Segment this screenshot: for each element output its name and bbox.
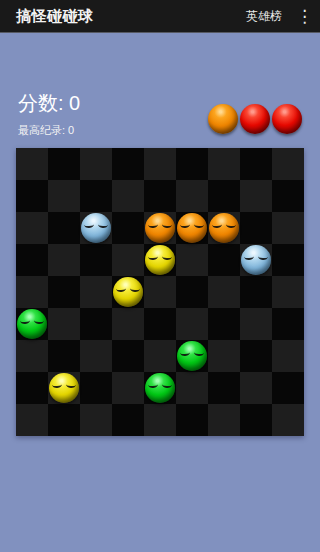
cell-1-0[interactable]	[16, 180, 48, 212]
cell-2-8[interactable]	[272, 212, 304, 244]
cell-8-5[interactable]	[176, 404, 208, 436]
cell-2-0[interactable]	[16, 212, 48, 244]
cell-0-6[interactable]	[208, 148, 240, 180]
ball-orange[interactable]	[177, 213, 207, 243]
ball-orange[interactable]	[145, 213, 175, 243]
cell-2-1[interactable]	[48, 212, 80, 244]
ball-red	[240, 104, 270, 134]
cell-4-5[interactable]	[176, 276, 208, 308]
cell-0-8[interactable]	[272, 148, 304, 180]
cell-7-0[interactable]	[16, 372, 48, 404]
cell-7-1[interactable]	[48, 372, 80, 404]
cell-6-7[interactable]	[240, 340, 272, 372]
cell-1-4[interactable]	[144, 180, 176, 212]
cell-0-0[interactable]	[16, 148, 48, 180]
cell-7-4[interactable]	[144, 372, 176, 404]
closed-eye-left	[180, 222, 190, 229]
closed-eye-right	[162, 382, 172, 389]
closed-eye-right	[194, 222, 204, 229]
closed-eye-right	[34, 318, 44, 325]
cell-3-7[interactable]	[240, 244, 272, 276]
closed-eye-left	[148, 222, 158, 229]
cell-2-2[interactable]	[80, 212, 112, 244]
cell-0-2[interactable]	[80, 148, 112, 180]
cell-7-3[interactable]	[112, 372, 144, 404]
ball-orange[interactable]	[209, 213, 239, 243]
cell-8-6[interactable]	[208, 404, 240, 436]
overflow-menu-icon[interactable]: ⋮	[296, 8, 308, 25]
cell-7-8[interactable]	[272, 372, 304, 404]
cell-5-8[interactable]	[272, 308, 304, 340]
ball-green[interactable]	[145, 373, 175, 403]
cell-5-0[interactable]	[16, 308, 48, 340]
app-bar: 搞怪碰碰球 英雄榜 ⋮	[0, 0, 320, 33]
cell-6-8[interactable]	[272, 340, 304, 372]
cell-7-6[interactable]	[208, 372, 240, 404]
cell-2-7[interactable]	[240, 212, 272, 244]
cell-6-2[interactable]	[80, 340, 112, 372]
ball-yellow[interactable]	[113, 277, 143, 307]
cell-4-1[interactable]	[48, 276, 80, 308]
cell-5-4[interactable]	[144, 308, 176, 340]
closed-eye-left	[244, 254, 254, 261]
closed-eye-right	[162, 254, 172, 261]
cell-5-7[interactable]	[240, 308, 272, 340]
ball-yellow[interactable]	[145, 245, 175, 275]
cell-6-3[interactable]	[112, 340, 144, 372]
cell-1-6[interactable]	[208, 180, 240, 212]
board	[16, 148, 304, 436]
score-label: 分数: 0	[18, 90, 80, 117]
cell-6-1[interactable]	[48, 340, 80, 372]
closed-eye-left	[180, 350, 190, 357]
cell-8-4[interactable]	[144, 404, 176, 436]
cell-2-3[interactable]	[112, 212, 144, 244]
cell-2-4[interactable]	[144, 212, 176, 244]
cell-1-2[interactable]	[80, 180, 112, 212]
cell-0-5[interactable]	[176, 148, 208, 180]
cell-2-6[interactable]	[208, 212, 240, 244]
closed-eye-left	[116, 286, 126, 293]
cell-4-8[interactable]	[272, 276, 304, 308]
cell-4-3[interactable]	[112, 276, 144, 308]
cell-8-0[interactable]	[16, 404, 48, 436]
cell-3-4[interactable]	[144, 244, 176, 276]
closed-eye-right	[258, 254, 268, 261]
cell-3-2[interactable]	[80, 244, 112, 276]
cell-6-6[interactable]	[208, 340, 240, 372]
cell-8-8[interactable]	[272, 404, 304, 436]
closed-eye-right	[194, 350, 204, 357]
closed-eye-left	[212, 222, 222, 229]
cell-4-4[interactable]	[144, 276, 176, 308]
closed-eye-right	[130, 286, 140, 293]
closed-eye-right	[66, 382, 76, 389]
cell-6-0[interactable]	[16, 340, 48, 372]
cell-0-1[interactable]	[48, 148, 80, 180]
game-screen: 搞怪碰碰球 英雄榜 ⋮ 分数: 0 最高纪录: 0	[0, 0, 320, 552]
cell-8-1[interactable]	[48, 404, 80, 436]
ball-red	[272, 104, 302, 134]
closed-eye-left	[84, 222, 94, 229]
cell-3-0[interactable]	[16, 244, 48, 276]
ball-blue[interactable]	[241, 245, 271, 275]
leaderboard-button[interactable]: 英雄榜	[246, 8, 282, 25]
cell-8-2[interactable]	[80, 404, 112, 436]
cell-5-6[interactable]	[208, 308, 240, 340]
cell-7-2[interactable]	[80, 372, 112, 404]
cell-1-1[interactable]	[48, 180, 80, 212]
cell-3-6[interactable]	[208, 244, 240, 276]
cell-4-2[interactable]	[80, 276, 112, 308]
cell-1-3[interactable]	[112, 180, 144, 212]
ball-yellow[interactable]	[49, 373, 79, 403]
cell-5-5[interactable]	[176, 308, 208, 340]
closed-eye-left	[52, 382, 62, 389]
cell-0-3[interactable]	[112, 148, 144, 180]
cell-3-8[interactable]	[272, 244, 304, 276]
cell-0-7[interactable]	[240, 148, 272, 180]
closed-eye-left	[20, 318, 30, 325]
cell-4-0[interactable]	[16, 276, 48, 308]
cell-6-5[interactable]	[176, 340, 208, 372]
cell-1-5[interactable]	[176, 180, 208, 212]
closed-eye-right	[226, 222, 236, 229]
closed-eye-left	[148, 254, 158, 261]
cell-8-3[interactable]	[112, 404, 144, 436]
ball-blue[interactable]	[81, 213, 111, 243]
cell-5-2[interactable]	[80, 308, 112, 340]
cell-0-4[interactable]	[144, 148, 176, 180]
closed-eye-right	[162, 222, 172, 229]
cell-3-5[interactable]	[176, 244, 208, 276]
cell-1-8[interactable]	[272, 180, 304, 212]
cell-5-1[interactable]	[48, 308, 80, 340]
next-balls-preview	[208, 104, 302, 134]
cell-2-5[interactable]	[176, 212, 208, 244]
app-title: 搞怪碰碰球	[16, 7, 246, 26]
cell-3-3[interactable]	[112, 244, 144, 276]
closed-eye-left	[148, 382, 158, 389]
closed-eye-right	[98, 222, 108, 229]
cell-1-7[interactable]	[240, 180, 272, 212]
cell-7-7[interactable]	[240, 372, 272, 404]
cell-7-5[interactable]	[176, 372, 208, 404]
cell-6-4[interactable]	[144, 340, 176, 372]
ball-orange	[208, 104, 238, 134]
cell-4-6[interactable]	[208, 276, 240, 308]
ball-green[interactable]	[17, 309, 47, 339]
cell-8-7[interactable]	[240, 404, 272, 436]
high-score-label: 最高纪录: 0	[18, 123, 74, 138]
cell-4-7[interactable]	[240, 276, 272, 308]
ball-green[interactable]	[177, 341, 207, 371]
cell-3-1[interactable]	[48, 244, 80, 276]
cell-5-3[interactable]	[112, 308, 144, 340]
